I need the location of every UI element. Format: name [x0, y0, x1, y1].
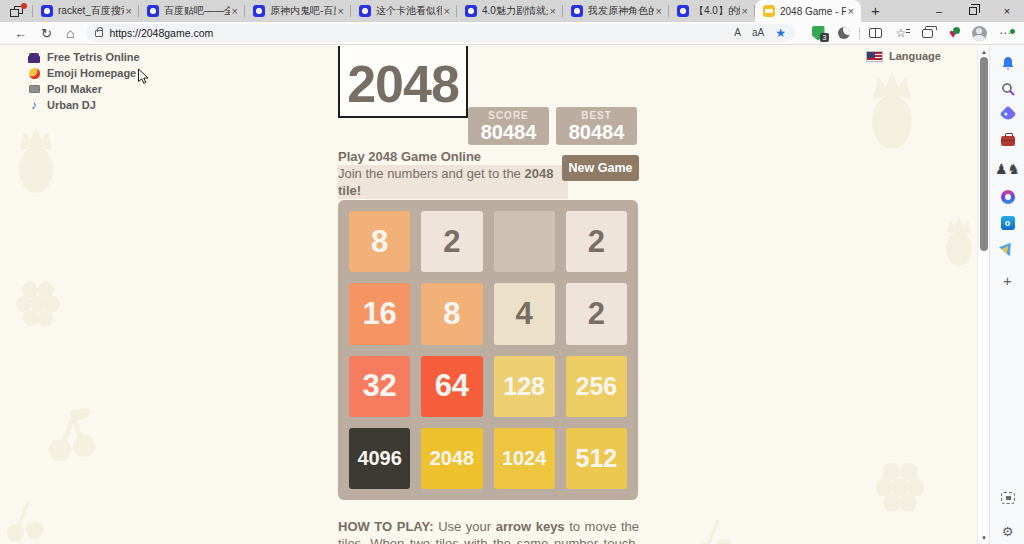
tab-close-icon[interactable]: ×	[230, 6, 240, 17]
page-content: Free Tetris OnlineEmoji HomepagePoll Mak…	[0, 46, 1024, 544]
scrollbar-thumb[interactable]	[980, 57, 988, 251]
tab-title: 2048 Game - Play	[780, 6, 846, 17]
translate-icon[interactable]: aA	[752, 28, 764, 38]
tab[interactable]: 这个卡池看似很×	[351, 0, 457, 22]
tile-2: 2	[421, 211, 482, 272]
collections-icon[interactable]	[914, 29, 940, 38]
profile-avatar[interactable]	[966, 26, 992, 41]
split-screen-icon[interactable]	[862, 28, 888, 38]
quick-link-label: Emoji Homepage	[47, 67, 136, 79]
home-icon[interactable]: ⌂	[66, 26, 74, 40]
toolbar-extensions: 3 ☆ ♥ ⋯	[805, 26, 1018, 41]
tile-4: 4	[494, 283, 555, 344]
page-scrollbar[interactable]: ▲ ▼	[977, 46, 989, 544]
tab[interactable]: 【4.0】的爆料×	[669, 0, 755, 22]
tab-title: 原神内鬼吧-百度	[270, 4, 336, 18]
browser-window: racket_百度搜索×百度贴吧——全球×原神内鬼吧-百度×这个卡池看似很×4.…	[0, 0, 1024, 544]
tile-8: 8	[349, 211, 410, 272]
tile-128: 128	[494, 356, 555, 417]
settings-menu-icon[interactable]: ⋯	[992, 26, 1018, 40]
quick-link-label: Poll Maker	[47, 83, 102, 95]
baidu-favicon	[677, 5, 689, 17]
cherries-watermark	[0, 498, 50, 544]
language-label: Language	[889, 50, 941, 62]
tile-2048: 2048	[421, 428, 482, 489]
emoji-icon	[28, 67, 40, 79]
tab[interactable]: 4.0魅力剧情就是×	[457, 0, 563, 22]
best-label: BEST	[581, 110, 612, 121]
quick-links: Free Tetris OnlineEmoji HomepagePoll Mak…	[28, 49, 140, 113]
best-box: BEST 80484	[556, 107, 637, 145]
pineapple-watermark	[6, 124, 66, 196]
grapes-watermark	[872, 456, 928, 514]
tetris-icon	[28, 51, 40, 63]
tab-close-icon[interactable]: ×	[548, 6, 558, 17]
tab[interactable]: 百度贴吧——全球×	[139, 0, 245, 22]
tab-close-icon[interactable]: ×	[124, 6, 134, 17]
customize-sidebar-icon[interactable]	[990, 492, 1024, 504]
grapes-watermark	[14, 276, 62, 328]
tab-title: 这个卡池看似很	[376, 4, 442, 18]
cherries-watermark	[44, 406, 100, 464]
browser-toolbar: ← ↻ ⌂ https://2048game.com A aA ★ 3 ☆ ♥	[0, 22, 1024, 45]
browser-essentials-icon[interactable]: ♥	[940, 27, 966, 40]
tile-32: 32	[349, 356, 410, 417]
back-icon[interactable]: ←	[14, 27, 27, 40]
tab-title: 我发原神角色的	[588, 4, 654, 18]
restore-button[interactable]	[956, 0, 990, 22]
games-chess-icon[interactable]: ♟♞	[990, 162, 1024, 176]
baidu-favicon	[465, 5, 477, 17]
tab-title: 4.0魅力剧情就是	[482, 4, 548, 18]
baidu-favicon	[147, 5, 159, 17]
pineapple-watermark	[856, 68, 928, 152]
empty-cell	[494, 211, 555, 272]
score-value: 80484	[481, 121, 537, 143]
lock-icon	[95, 30, 103, 37]
tab[interactable]: racket_百度搜索×	[33, 0, 139, 22]
sidebar-search-icon[interactable]	[990, 82, 1024, 96]
2048-favicon	[763, 5, 775, 17]
quick-link-label: Free Tetris Online	[47, 51, 140, 63]
edge-sidebar: ♟♞ o + ⚙	[989, 46, 1024, 544]
window-controls: – ×	[922, 0, 1024, 22]
pineapple-watermark	[936, 214, 977, 268]
tools-toolbox-icon[interactable]	[990, 136, 1024, 146]
intro-text: Play 2048 Game Online Join the numbers a…	[338, 148, 568, 199]
intro-title: Play 2048 Game Online	[338, 148, 568, 165]
tab-title: 百度贴吧——全球	[164, 4, 230, 18]
workspaces-icon[interactable]	[10, 6, 24, 17]
game-logo: 2048	[347, 54, 459, 114]
new-tab-button[interactable]: +	[861, 0, 890, 22]
baidu-favicon	[41, 5, 53, 17]
notifications-bell-icon[interactable]	[990, 56, 1024, 71]
new-game-button[interactable]: New Game	[562, 155, 639, 181]
notification-dot	[21, 3, 27, 9]
tab-title: 【4.0】的爆料	[694, 4, 740, 18]
cherries-watermark	[690, 516, 740, 544]
url-text[interactable]: https://2048game.com	[109, 27, 723, 39]
tile-8: 8	[421, 283, 482, 344]
score-label: SCORE	[488, 110, 529, 121]
tab-active[interactable]: 2048 Game - Play×	[755, 0, 861, 22]
tile-1024: 1024	[494, 428, 555, 489]
how-to-play-text: HOW TO PLAY: Use your arrow keys to move…	[338, 518, 639, 544]
restore-icon	[969, 7, 977, 15]
tab[interactable]: 原神内鬼吧-百度×	[245, 0, 351, 22]
intro-subtitle: Join the numbers and get to the 2048 til…	[338, 165, 568, 199]
baidu-favicon	[359, 5, 371, 17]
shopping-tag-icon[interactable]	[990, 108, 1024, 120]
tab[interactable]: 我发原神角色的×	[563, 0, 669, 22]
tab-strip: racket_百度搜索×百度贴吧——全球×原神内鬼吧-百度×这个卡池看似很×4.…	[33, 0, 861, 22]
drop-paper-plane-icon[interactable]	[990, 242, 1024, 253]
update-dot	[1009, 28, 1016, 35]
outlook-icon[interactable]: o	[990, 216, 1024, 230]
divider	[859, 27, 860, 40]
mouse-cursor	[137, 68, 149, 89]
language-selector[interactable]: Language	[866, 50, 941, 62]
favorite-star-icon[interactable]: ★	[775, 27, 786, 39]
sidebar-settings-gear-icon[interactable]: ⚙	[990, 524, 1024, 539]
camera-icon	[28, 83, 40, 95]
game-logo-box: 2048	[338, 46, 468, 118]
favorites-icon[interactable]: ☆	[888, 26, 914, 40]
game-board: 822168423264128256409620481024512	[338, 200, 638, 500]
baidu-favicon	[253, 5, 265, 17]
quick-link-free-tetris-online[interactable]: Free Tetris Online	[28, 49, 140, 65]
browser-titlebar: racket_百度搜索×百度贴吧——全球×原神内鬼吧-百度×这个卡池看似很×4.…	[0, 0, 1024, 22]
tile-2: 2	[566, 211, 627, 272]
baidu-favicon	[571, 5, 583, 17]
tile-2: 2	[566, 283, 627, 344]
refresh-icon[interactable]: ↻	[41, 27, 52, 40]
music-icon: ♪	[28, 99, 40, 111]
tile-256: 256	[566, 356, 627, 417]
tile-4096: 4096	[349, 428, 410, 489]
minimize-button[interactable]: –	[922, 0, 956, 22]
adblock-badge: 3	[820, 33, 829, 42]
best-value: 80484	[569, 121, 625, 143]
tile-16: 16	[349, 283, 410, 344]
close-button[interactable]: ×	[990, 0, 1024, 22]
score-box: SCORE 80484	[468, 107, 549, 145]
tab-close-icon[interactable]: ×	[740, 6, 750, 17]
tab-title: racket_百度搜索	[58, 4, 124, 18]
adblock-extension-icon[interactable]: 3	[805, 26, 831, 41]
quick-link-poll-maker[interactable]: Poll Maker	[28, 81, 140, 97]
read-aloud-icon[interactable]: A	[734, 28, 741, 38]
tab-close-icon[interactable]: ×	[654, 6, 664, 17]
tab-close-icon[interactable]: ×	[846, 6, 856, 17]
tile-512: 512	[566, 428, 627, 489]
extension-icon[interactable]	[831, 27, 857, 39]
quick-link-label: Urban DJ	[47, 99, 96, 111]
tile-64: 64	[421, 356, 482, 417]
address-bar[interactable]: https://2048game.com A aA ★	[86, 24, 795, 42]
quick-link-urban-dj[interactable]: ♪Urban DJ	[28, 97, 140, 113]
tab-close-icon[interactable]: ×	[336, 6, 346, 17]
microsoft-365-icon[interactable]	[990, 190, 1024, 204]
quick-link-emoji-homepage[interactable]: Emoji Homepage	[28, 65, 140, 81]
sidebar-add-icon[interactable]: +	[990, 272, 1024, 289]
us-flag-icon	[866, 51, 883, 62]
tab-close-icon[interactable]: ×	[442, 6, 452, 17]
game-page: Free Tetris OnlineEmoji HomepagePoll Mak…	[0, 46, 977, 544]
